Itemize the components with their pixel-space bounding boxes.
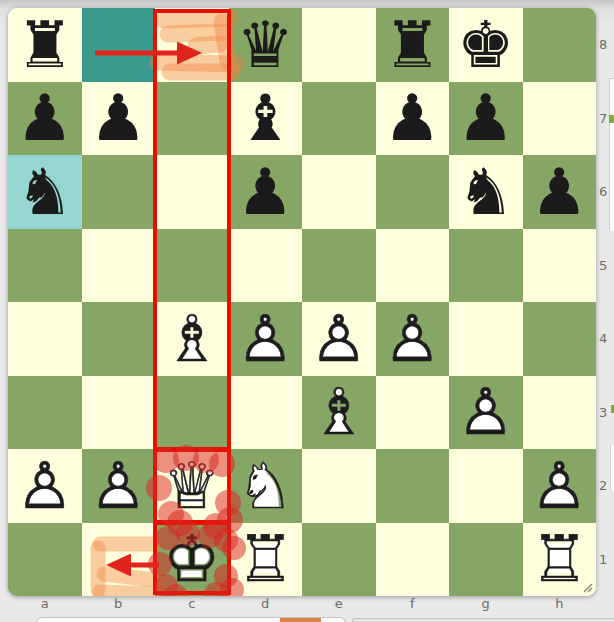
piece-outline: ♖: [229, 523, 303, 597]
square-e7[interactable]: [302, 82, 376, 156]
square-a4[interactable]: [8, 302, 82, 376]
chess-board: ♜♛♜♚♟♟♝♟♟♞♟♞♟♝♗♟♙♟♙♟♙♝♗♟♙♟♙♟♙♛♕♞♘♟♙♚♔♜♖♜…: [8, 8, 596, 596]
piece-black-pawn[interactable]: ♟: [449, 82, 523, 156]
square-e1[interactable]: [302, 523, 376, 597]
board-resize-handle[interactable]: [578, 578, 593, 593]
square-f7[interactable]: ♟: [376, 82, 450, 156]
file-label-e: e: [302, 596, 376, 611]
square-g8[interactable]: ♚: [449, 8, 523, 82]
square-g7[interactable]: ♟: [449, 82, 523, 156]
square-f8[interactable]: ♜: [376, 8, 450, 82]
square-c3[interactable]: [155, 376, 229, 450]
square-e2[interactable]: [302, 449, 376, 523]
orange-color-swatch[interactable]: [280, 618, 321, 622]
offscreen-green-marker: [609, 115, 614, 123]
square-g2[interactable]: [449, 449, 523, 523]
piece-outline: ♘: [229, 449, 303, 523]
square-d7[interactable]: ♝: [229, 82, 303, 156]
square-c2[interactable]: ♛♕: [155, 449, 229, 523]
piece-black-knight[interactable]: ♞: [8, 155, 82, 229]
rank-label-5: 5: [599, 229, 613, 303]
square-d4[interactable]: ♟♙: [229, 302, 303, 376]
piece-white-queen[interactable]: ♛♕: [155, 449, 229, 523]
square-h5[interactable]: [523, 229, 597, 303]
piece-outline: ♙: [376, 302, 450, 376]
square-g5[interactable]: [449, 229, 523, 303]
piece-black-rook[interactable]: ♜: [8, 8, 82, 82]
piece-white-pawn[interactable]: ♟♙: [82, 449, 156, 523]
square-b5[interactable]: [82, 229, 156, 303]
file-label-c: c: [155, 596, 229, 611]
piece-outline: ♗: [155, 302, 229, 376]
piece-outline: ♙: [82, 449, 156, 523]
square-e5[interactable]: [302, 229, 376, 303]
square-f2[interactable]: [376, 449, 450, 523]
piece-white-rook[interactable]: ♜♖: [229, 523, 303, 597]
piece-white-pawn[interactable]: ♟♙: [8, 449, 82, 523]
board-grid: ♜♛♜♚♟♟♝♟♟♞♟♞♟♝♗♟♙♟♙♟♙♝♗♟♙♟♙♟♙♛♕♞♘♟♙♚♔♜♖♜…: [8, 8, 596, 596]
square-a3[interactable]: [8, 376, 82, 450]
rank-label-8: 8: [599, 8, 613, 82]
file-label-f: f: [376, 596, 450, 611]
piece-black-pawn[interactable]: ♟: [523, 155, 597, 229]
piece-black-pawn[interactable]: ♟: [8, 82, 82, 156]
screen-background: ♜♛♜♚♟♟♝♟♟♞♟♞♟♝♗♟♙♟♙♟♙♝♗♟♙♟♙♟♙♛♕♞♘♟♙♚♔♜♖♜…: [0, 0, 614, 622]
square-d3[interactable]: [229, 376, 303, 450]
file-label-g: g: [449, 596, 523, 611]
piece-white-pawn[interactable]: ♟♙: [302, 302, 376, 376]
file-label-h: h: [523, 596, 597, 611]
piece-black-king[interactable]: ♚: [449, 8, 523, 82]
square-b1[interactable]: [82, 523, 156, 597]
piece-black-pawn[interactable]: ♟: [376, 82, 450, 156]
square-c5[interactable]: [155, 229, 229, 303]
square-f5[interactable]: [376, 229, 450, 303]
piece-white-king[interactable]: ♚♔: [155, 523, 229, 597]
square-c6[interactable]: [155, 155, 229, 229]
square-a8[interactable]: ♜: [8, 8, 82, 82]
square-g1[interactable]: [449, 523, 523, 597]
piece-outline: ♙: [229, 302, 303, 376]
square-f1[interactable]: [376, 523, 450, 597]
square-f3[interactable]: [376, 376, 450, 450]
square-d2[interactable]: ♞♘: [229, 449, 303, 523]
piece-black-queen[interactable]: ♛: [229, 8, 303, 82]
piece-black-bishop[interactable]: ♝: [229, 82, 303, 156]
square-d5[interactable]: [229, 229, 303, 303]
piece-outline: ♗: [302, 376, 376, 450]
bottom-panel-edge: [352, 618, 614, 622]
square-a1[interactable]: [8, 523, 82, 597]
piece-white-bishop[interactable]: ♝♗: [302, 376, 376, 450]
square-h6[interactable]: ♟: [523, 155, 597, 229]
rank-label-4: 4: [599, 302, 613, 376]
piece-white-pawn[interactable]: ♟♙: [523, 449, 597, 523]
file-label-a: a: [8, 596, 82, 611]
square-g3[interactable]: ♟♙: [449, 376, 523, 450]
file-label-d: d: [229, 596, 303, 611]
square-h2[interactable]: ♟♙: [523, 449, 597, 523]
square-b6[interactable]: [82, 155, 156, 229]
square-f4[interactable]: ♟♙: [376, 302, 450, 376]
piece-outline: ♔: [155, 523, 229, 597]
square-g4[interactable]: [449, 302, 523, 376]
square-g6[interactable]: ♞: [449, 155, 523, 229]
piece-outline: ♙: [302, 302, 376, 376]
square-d6[interactable]: ♟: [229, 155, 303, 229]
square-e8[interactable]: [302, 8, 376, 82]
offscreen-panel-edge: [610, 445, 614, 490]
piece-black-pawn[interactable]: ♟: [229, 155, 303, 229]
square-h4[interactable]: [523, 302, 597, 376]
square-d1[interactable]: ♜♖: [229, 523, 303, 597]
rank-label-1: 1: [599, 523, 613, 597]
square-h8[interactable]: [523, 8, 597, 82]
piece-outline: ♕: [155, 449, 229, 523]
piece-white-pawn[interactable]: ♟♙: [229, 302, 303, 376]
square-a6[interactable]: ♞: [8, 155, 82, 229]
square-e4[interactable]: ♟♙: [302, 302, 376, 376]
piece-black-rook[interactable]: ♜: [376, 8, 450, 82]
piece-white-pawn[interactable]: ♟♙: [449, 376, 523, 450]
file-label-b: b: [82, 596, 156, 611]
square-b3[interactable]: [82, 376, 156, 450]
square-b2[interactable]: ♟♙: [82, 449, 156, 523]
piece-black-knight[interactable]: ♞: [449, 155, 523, 229]
square-b8[interactable]: [82, 8, 156, 82]
piece-outline: ♙: [523, 449, 597, 523]
piece-outline: ♙: [449, 376, 523, 450]
offscreen-panel-edge: [609, 78, 614, 231]
square-a7[interactable]: ♟: [8, 82, 82, 156]
square-c7[interactable]: [155, 82, 229, 156]
square-c8[interactable]: [155, 8, 229, 82]
square-h7[interactable]: [523, 82, 597, 156]
piece-white-pawn[interactable]: ♟♙: [376, 302, 450, 376]
bottom-toolbar-edge: [36, 617, 346, 622]
square-c4[interactable]: ♝♗: [155, 302, 229, 376]
piece-outline: ♙: [8, 449, 82, 523]
piece-black-pawn[interactable]: ♟: [82, 82, 156, 156]
square-a2[interactable]: ♟♙: [8, 449, 82, 523]
square-h3[interactable]: [523, 376, 597, 450]
square-a5[interactable]: [8, 229, 82, 303]
square-f6[interactable]: [376, 155, 450, 229]
square-d8[interactable]: ♛: [229, 8, 303, 82]
square-b7[interactable]: ♟: [82, 82, 156, 156]
square-e6[interactable]: [302, 155, 376, 229]
piece-white-knight[interactable]: ♞♘: [229, 449, 303, 523]
square-b4[interactable]: [82, 302, 156, 376]
piece-white-bishop[interactable]: ♝♗: [155, 302, 229, 376]
square-e3[interactable]: ♝♗: [302, 376, 376, 450]
square-c1[interactable]: ♚♔: [155, 523, 229, 597]
